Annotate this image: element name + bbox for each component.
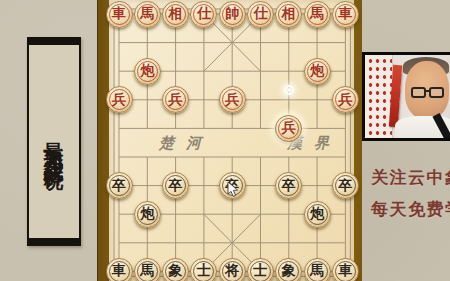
banner-title-text: 最新飞刀实战解说: [44, 45, 64, 238]
promo-line-1: 关注云中象: [371, 166, 450, 189]
piece-black-車[interactable]: 車: [332, 258, 359, 281]
piece-red-馬[interactable]: 馬: [134, 1, 161, 28]
glasses-right-lens: [429, 87, 444, 98]
stream-frame: { "game": "xiangqi (Chinese chess)", "po…: [0, 0, 450, 281]
piece-black-士[interactable]: 士: [247, 258, 274, 281]
piece-black-象[interactable]: 象: [162, 258, 189, 281]
piece-red-炮[interactable]: 炮: [304, 58, 331, 85]
banner-bottom-bar: [29, 238, 79, 244]
xiangqi-board[interactable]: 楚河 漢界 車馬相仕帥仕相馬車炮炮兵兵兵兵兵卒卒卒卒卒炮炮車馬象士将士象馬車: [109, 0, 354, 281]
piece-black-卒[interactable]: 卒: [162, 172, 189, 199]
piece-red-炮[interactable]: 炮: [134, 58, 161, 85]
piece-red-車[interactable]: 車: [332, 1, 359, 28]
glasses-left-lens: [411, 87, 426, 98]
last-move-origin-marker: [284, 85, 294, 95]
piece-black-馬[interactable]: 馬: [304, 258, 331, 281]
piece-black-炮[interactable]: 炮: [134, 201, 161, 228]
piece-red-馬[interactable]: 馬: [304, 1, 331, 28]
title-banner: 最新飞刀实战解说: [27, 37, 81, 246]
xiangqi-board-frame: 楚河 漢界 車馬相仕帥仕相馬車炮炮兵兵兵兵兵卒卒卒卒卒炮炮車馬象士将士象馬車: [97, 0, 362, 281]
piece-red-仕[interactable]: 仕: [247, 1, 274, 28]
piece-red-相[interactable]: 相: [275, 1, 302, 28]
piece-black-車[interactable]: 車: [106, 258, 133, 281]
piece-black-卒[interactable]: 卒: [332, 172, 359, 199]
piece-black-卒[interactable]: 卒: [106, 172, 133, 199]
presenter-glasses: [411, 87, 449, 99]
mouse-cursor-icon: [227, 181, 239, 198]
piece-red-兵[interactable]: 兵: [275, 115, 302, 142]
piece-red-帥[interactable]: 帥: [219, 1, 246, 28]
webcam-video: [362, 52, 450, 141]
piece-red-相[interactable]: 相: [162, 1, 189, 28]
promo-line-2: 每天免费学: [371, 198, 450, 221]
piece-red-仕[interactable]: 仕: [190, 1, 217, 28]
piece-red-兵[interactable]: 兵: [106, 86, 133, 113]
webcam-scene: [365, 55, 450, 138]
glasses-bridge: [425, 90, 430, 92]
piece-black-炮[interactable]: 炮: [304, 201, 331, 228]
piece-red-兵[interactable]: 兵: [219, 86, 246, 113]
piece-black-馬[interactable]: 馬: [134, 258, 161, 281]
river-label-chu: 楚河: [159, 134, 213, 152]
piece-red-車[interactable]: 車: [106, 1, 133, 28]
piece-black-士[interactable]: 士: [190, 258, 217, 281]
piece-black-象[interactable]: 象: [275, 258, 302, 281]
piece-red-兵[interactable]: 兵: [332, 86, 359, 113]
piece-black-将[interactable]: 将: [219, 258, 246, 281]
